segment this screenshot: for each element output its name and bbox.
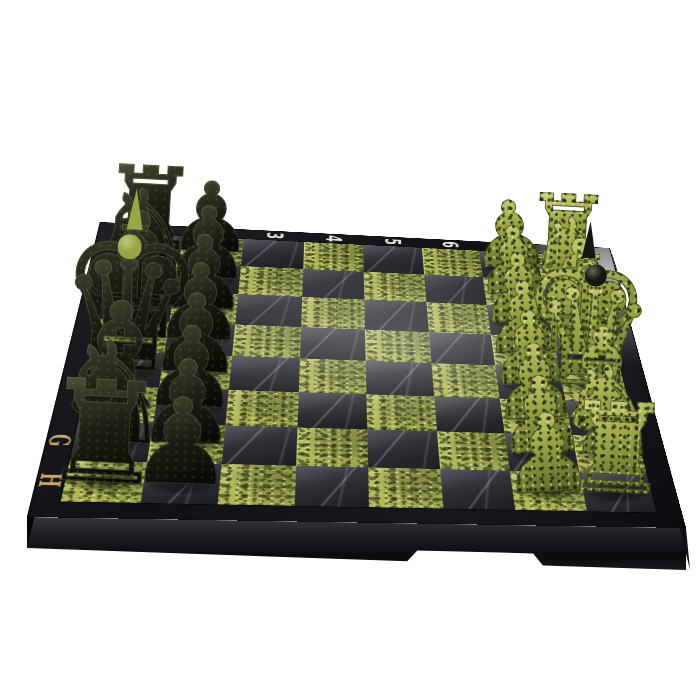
square-a2 bbox=[178, 236, 243, 266]
square-d4 bbox=[299, 327, 365, 361]
square-b4 bbox=[302, 269, 365, 300]
square-c6 bbox=[426, 302, 491, 334]
square-e1 bbox=[87, 351, 164, 387]
square-h3 bbox=[218, 464, 296, 506]
square-b1 bbox=[108, 260, 178, 291]
square-b8 bbox=[541, 280, 605, 310]
square-g2 bbox=[146, 423, 225, 463]
square-b2 bbox=[174, 263, 241, 294]
square-d7 bbox=[491, 334, 559, 367]
square-c7 bbox=[487, 305, 553, 337]
square-e6 bbox=[431, 363, 500, 398]
stone-chess-set-photo: 3456GH ♜♞♝♚♛♝♞♜♟♟♟♟♟♟♟♟♟♟♟♟♟♟♟♟♜♞♝♚♛♝♞♜ bbox=[0, 0, 700, 700]
square-e2 bbox=[158, 353, 232, 389]
square-g5 bbox=[367, 429, 439, 468]
square-f6 bbox=[434, 396, 505, 433]
square-b5 bbox=[364, 272, 426, 303]
square-g4 bbox=[296, 427, 369, 467]
square-e7 bbox=[495, 365, 565, 400]
square-h8 bbox=[579, 472, 657, 513]
square-f2 bbox=[153, 387, 229, 425]
square-f3 bbox=[225, 390, 298, 428]
square-a8 bbox=[536, 254, 599, 283]
board-squares-grid bbox=[61, 233, 657, 513]
square-d1 bbox=[94, 319, 169, 354]
square-d8 bbox=[552, 337, 620, 370]
square-g8 bbox=[572, 435, 647, 473]
rank-number-label-4: 4 bbox=[313, 229, 353, 248]
square-c4 bbox=[301, 297, 365, 329]
square-a1 bbox=[115, 233, 183, 263]
square-h5 bbox=[368, 467, 443, 508]
square-g7 bbox=[505, 433, 579, 472]
square-c2 bbox=[169, 291, 238, 324]
square-f5 bbox=[366, 394, 436, 431]
square-e5 bbox=[366, 361, 434, 396]
chess-board: 3456GH bbox=[27, 222, 686, 528]
square-d2 bbox=[164, 322, 235, 356]
square-g6 bbox=[436, 431, 509, 470]
square-d3 bbox=[232, 324, 300, 358]
square-f8 bbox=[565, 400, 638, 437]
file-letter-label-G: G bbox=[31, 426, 88, 453]
square-d6 bbox=[428, 332, 495, 366]
square-f1 bbox=[79, 385, 159, 423]
square-a7 bbox=[479, 251, 541, 280]
square-e3 bbox=[229, 356, 300, 392]
rank-number-label-5: 5 bbox=[372, 232, 412, 251]
square-c1 bbox=[101, 289, 173, 322]
square-f7 bbox=[500, 398, 572, 435]
rank-number-label-3: 3 bbox=[253, 226, 294, 245]
square-h2 bbox=[140, 462, 222, 504]
square-c5 bbox=[364, 300, 428, 332]
square-c3 bbox=[235, 294, 301, 327]
square-c8 bbox=[547, 308, 613, 340]
square-f4 bbox=[297, 392, 367, 430]
square-b3 bbox=[238, 266, 303, 297]
square-h6 bbox=[440, 469, 516, 510]
square-h4 bbox=[294, 465, 369, 507]
square-b7 bbox=[483, 277, 547, 307]
square-e8 bbox=[558, 368, 628, 403]
square-h7 bbox=[510, 470, 587, 511]
square-e4 bbox=[298, 358, 366, 394]
square-g3 bbox=[222, 425, 297, 465]
file-letter-label-H: H bbox=[21, 466, 81, 495]
rank-number-label-6: 6 bbox=[430, 235, 470, 254]
square-d5 bbox=[365, 329, 431, 363]
square-b6 bbox=[424, 274, 487, 305]
